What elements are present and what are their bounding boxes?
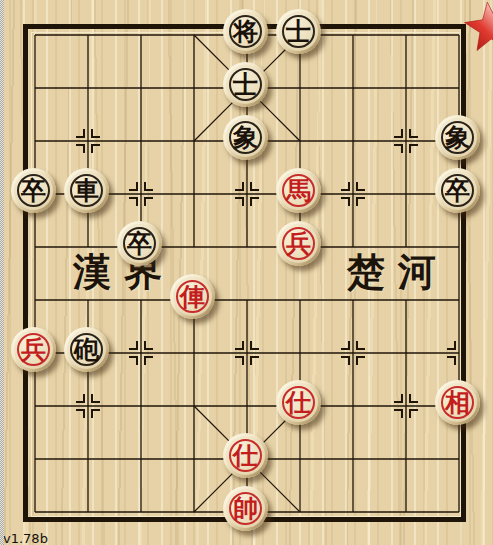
piece-red-仕[interactable]: 仕 — [223, 433, 268, 478]
piece-black-士[interactable]: 士 — [223, 62, 268, 107]
piece-black-将[interactable]: 将 — [223, 9, 268, 54]
piece-character: 象 — [445, 115, 470, 160]
red-star-shape — [465, 2, 493, 50]
piece-red-相[interactable]: 相 — [435, 380, 480, 425]
piece-black-卒[interactable]: 卒 — [117, 221, 162, 266]
piece-red-兵[interactable]: 兵 — [11, 327, 56, 372]
piece-black-象[interactable]: 象 — [223, 115, 268, 160]
piece-black-卒[interactable]: 卒 — [11, 168, 56, 213]
piece-black-士[interactable]: 士 — [276, 9, 321, 54]
piece-character: 帥 — [233, 486, 258, 531]
piece-character: 車 — [74, 168, 99, 213]
piece-red-帥[interactable]: 帥 — [223, 486, 268, 531]
piece-character: 兵 — [286, 221, 311, 266]
version-label: v1.78b — [3, 531, 48, 545]
piece-red-兵[interactable]: 兵 — [276, 221, 321, 266]
red-star-icon — [460, 0, 493, 56]
piece-character: 砲 — [74, 327, 99, 372]
piece-character: 相 — [445, 380, 470, 425]
pieces-layer: 将士士象象卒車馬卒卒兵俥兵砲仕相仕帥 — [0, 0, 493, 545]
piece-black-卒[interactable]: 卒 — [435, 168, 480, 213]
piece-character: 俥 — [180, 274, 205, 319]
piece-character: 仕 — [233, 433, 258, 478]
piece-character: 士 — [286, 9, 311, 54]
piece-character: 卒 — [445, 168, 470, 213]
piece-black-車[interactable]: 車 — [64, 168, 109, 213]
piece-character: 兵 — [21, 327, 46, 372]
piece-red-仕[interactable]: 仕 — [276, 380, 321, 425]
piece-character: 馬 — [286, 168, 311, 213]
piece-character: 将 — [233, 9, 258, 54]
piece-character: 士 — [233, 62, 258, 107]
piece-character: 仕 — [286, 380, 311, 425]
xiangqi-window: 漢界 楚河 将士士象象卒車馬卒卒兵俥兵砲仕相仕帥 v1.78b — [0, 0, 493, 545]
piece-red-馬[interactable]: 馬 — [276, 168, 321, 213]
piece-character: 卒 — [21, 168, 46, 213]
piece-character: 象 — [233, 115, 258, 160]
piece-black-砲[interactable]: 砲 — [64, 327, 109, 372]
piece-red-俥[interactable]: 俥 — [170, 274, 215, 319]
piece-character: 卒 — [127, 221, 152, 266]
piece-black-象[interactable]: 象 — [435, 115, 480, 160]
window-edge-dither — [0, 0, 4, 545]
